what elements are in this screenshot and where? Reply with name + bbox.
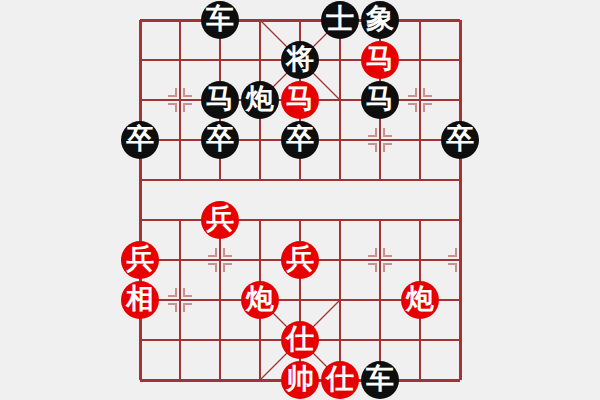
intersection-7-8 xyxy=(400,320,440,360)
piece-black-chariot[interactable]: 车 xyxy=(201,1,239,39)
intersection-8-2 xyxy=(440,80,480,120)
intersection-5-1 xyxy=(320,40,360,80)
intersection-5-7 xyxy=(320,280,360,320)
intersection-3-2[interactable]: 炮 xyxy=(240,80,280,120)
piece-red-horse[interactable]: 马 xyxy=(281,81,319,119)
intersection-5-0[interactable]: 士 xyxy=(320,0,360,40)
piece-red-elephant[interactable]: 相 xyxy=(121,281,159,319)
intersection-0-6[interactable]: 兵 xyxy=(120,240,160,280)
intersection-6-2[interactable]: 马 xyxy=(360,80,400,120)
intersection-7-9 xyxy=(400,360,440,400)
intersection-6-3 xyxy=(360,120,400,160)
piece-red-horse[interactable]: 马 xyxy=(361,41,399,79)
intersection-0-2 xyxy=(120,80,160,120)
intersection-4-0 xyxy=(280,0,320,40)
intersection-2-7 xyxy=(200,280,240,320)
intersection-0-8 xyxy=(120,320,160,360)
intersection-0-5 xyxy=(120,200,160,240)
piece-black-horse[interactable]: 马 xyxy=(201,81,239,119)
piece-red-advisor[interactable]: 仕 xyxy=(281,321,319,359)
intersection-3-1 xyxy=(240,40,280,80)
intersection-2-0[interactable]: 车 xyxy=(200,0,240,40)
intersection-1-1 xyxy=(160,40,200,80)
intersection-5-5 xyxy=(320,200,360,240)
intersection-2-8 xyxy=(200,320,240,360)
piece-red-cannon[interactable]: 炮 xyxy=(241,281,279,319)
intersection-6-4 xyxy=(360,160,400,200)
intersection-5-8 xyxy=(320,320,360,360)
xiangqi-board: 车士象将马马炮马马卒卒卒卒兵兵兵相炮炮仕帅仕车 xyxy=(0,0,600,400)
intersection-5-2 xyxy=(320,80,360,120)
intersection-5-4 xyxy=(320,160,360,200)
piece-grid: 车士象将马马炮马马卒卒卒卒兵兵兵相炮炮仕帅仕车 xyxy=(120,0,480,400)
intersection-2-4 xyxy=(200,160,240,200)
intersection-2-5[interactable]: 兵 xyxy=(200,200,240,240)
intersection-6-9[interactable]: 车 xyxy=(360,360,400,400)
intersection-6-5 xyxy=(360,200,400,240)
intersection-2-3[interactable]: 卒 xyxy=(200,120,240,160)
intersection-0-1 xyxy=(120,40,160,80)
intersection-1-9 xyxy=(160,360,200,400)
intersection-2-1 xyxy=(200,40,240,80)
intersection-4-6[interactable]: 兵 xyxy=(280,240,320,280)
intersection-7-1 xyxy=(400,40,440,80)
intersection-3-6 xyxy=(240,240,280,280)
intersection-7-0 xyxy=(400,0,440,40)
intersection-8-4 xyxy=(440,160,480,200)
intersection-0-3[interactable]: 卒 xyxy=(120,120,160,160)
intersection-0-4 xyxy=(120,160,160,200)
intersection-7-7[interactable]: 炮 xyxy=(400,280,440,320)
intersection-3-4 xyxy=(240,160,280,200)
intersection-8-8 xyxy=(440,320,480,360)
intersection-8-0 xyxy=(440,0,480,40)
intersection-8-6 xyxy=(440,240,480,280)
intersection-7-5 xyxy=(400,200,440,240)
intersection-4-9[interactable]: 帅 xyxy=(280,360,320,400)
piece-red-soldier[interactable]: 兵 xyxy=(201,201,239,239)
intersection-4-3[interactable]: 卒 xyxy=(280,120,320,160)
piece-red-soldier[interactable]: 兵 xyxy=(281,241,319,279)
intersection-5-9[interactable]: 仕 xyxy=(320,360,360,400)
piece-red-soldier[interactable]: 兵 xyxy=(121,241,159,279)
intersection-3-0 xyxy=(240,0,280,40)
piece-black-cannon[interactable]: 炮 xyxy=(241,81,279,119)
intersection-3-5 xyxy=(240,200,280,240)
piece-black-horse[interactable]: 马 xyxy=(361,81,399,119)
intersection-8-3[interactable]: 卒 xyxy=(440,120,480,160)
intersection-6-8 xyxy=(360,320,400,360)
piece-red-advisor[interactable]: 仕 xyxy=(321,361,359,399)
intersection-5-6 xyxy=(320,240,360,280)
intersection-4-2[interactable]: 马 xyxy=(280,80,320,120)
intersection-4-5 xyxy=(280,200,320,240)
piece-red-general[interactable]: 帅 xyxy=(281,361,319,399)
intersection-1-8 xyxy=(160,320,200,360)
piece-black-soldier[interactable]: 卒 xyxy=(281,121,319,159)
intersection-0-0 xyxy=(120,0,160,40)
intersection-6-1[interactable]: 马 xyxy=(360,40,400,80)
intersection-4-8[interactable]: 仕 xyxy=(280,320,320,360)
intersection-2-6 xyxy=(200,240,240,280)
intersection-5-3 xyxy=(320,120,360,160)
intersection-7-4 xyxy=(400,160,440,200)
intersection-1-0 xyxy=(160,0,200,40)
intersection-7-2 xyxy=(400,80,440,120)
intersection-3-3 xyxy=(240,120,280,160)
intersection-0-7[interactable]: 相 xyxy=(120,280,160,320)
intersection-6-0[interactable]: 象 xyxy=(360,0,400,40)
piece-black-chariot[interactable]: 车 xyxy=(361,361,399,399)
intersection-1-5 xyxy=(160,200,200,240)
intersection-8-9 xyxy=(440,360,480,400)
intersection-8-5 xyxy=(440,200,480,240)
piece-black-elephant[interactable]: 象 xyxy=(361,1,399,39)
intersection-4-1[interactable]: 将 xyxy=(280,40,320,80)
piece-black-soldier[interactable]: 卒 xyxy=(441,121,479,159)
intersection-6-6 xyxy=(360,240,400,280)
intersection-7-6 xyxy=(400,240,440,280)
piece-black-soldier[interactable]: 卒 xyxy=(121,121,159,159)
intersection-3-8 xyxy=(240,320,280,360)
intersection-6-7 xyxy=(360,280,400,320)
intersection-8-7 xyxy=(440,280,480,320)
intersection-1-3 xyxy=(160,120,200,160)
piece-black-soldier[interactable]: 卒 xyxy=(201,121,239,159)
intersection-0-9 xyxy=(120,360,160,400)
intersection-4-7 xyxy=(280,280,320,320)
piece-black-advisor[interactable]: 士 xyxy=(321,1,359,39)
intersection-8-1 xyxy=(440,40,480,80)
intersection-1-6 xyxy=(160,240,200,280)
intersection-2-2[interactable]: 马 xyxy=(200,80,240,120)
intersection-1-7 xyxy=(160,280,200,320)
intersection-7-3 xyxy=(400,120,440,160)
intersection-2-9 xyxy=(200,360,240,400)
piece-red-cannon[interactable]: 炮 xyxy=(401,281,439,319)
intersection-3-9 xyxy=(240,360,280,400)
intersection-3-7[interactable]: 炮 xyxy=(240,280,280,320)
intersection-4-4 xyxy=(280,160,320,200)
piece-black-general[interactable]: 将 xyxy=(281,41,319,79)
intersection-1-4 xyxy=(160,160,200,200)
intersection-1-2 xyxy=(160,80,200,120)
